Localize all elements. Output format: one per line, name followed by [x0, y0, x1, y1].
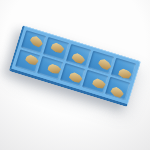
tray-grid — [15, 30, 136, 100]
carbide-insert — [24, 53, 40, 67]
carbide-insert — [96, 57, 112, 72]
carbide-insert — [91, 77, 107, 91]
tray-cell — [82, 70, 108, 93]
carbide-insert — [117, 67, 133, 81]
carbide-insert — [46, 62, 61, 75]
photo-stage — [0, 0, 150, 150]
tray-cell — [60, 63, 86, 86]
carbide-insert — [70, 51, 86, 66]
carbide-insert — [109, 85, 125, 100]
tray-cell — [15, 49, 41, 72]
tray-cell — [38, 56, 64, 79]
insert-tray — [9, 25, 142, 107]
carbide-insert — [68, 71, 84, 86]
tray-cell — [105, 77, 131, 100]
carbide-insert — [29, 34, 45, 49]
carbide-insert — [50, 41, 66, 55]
